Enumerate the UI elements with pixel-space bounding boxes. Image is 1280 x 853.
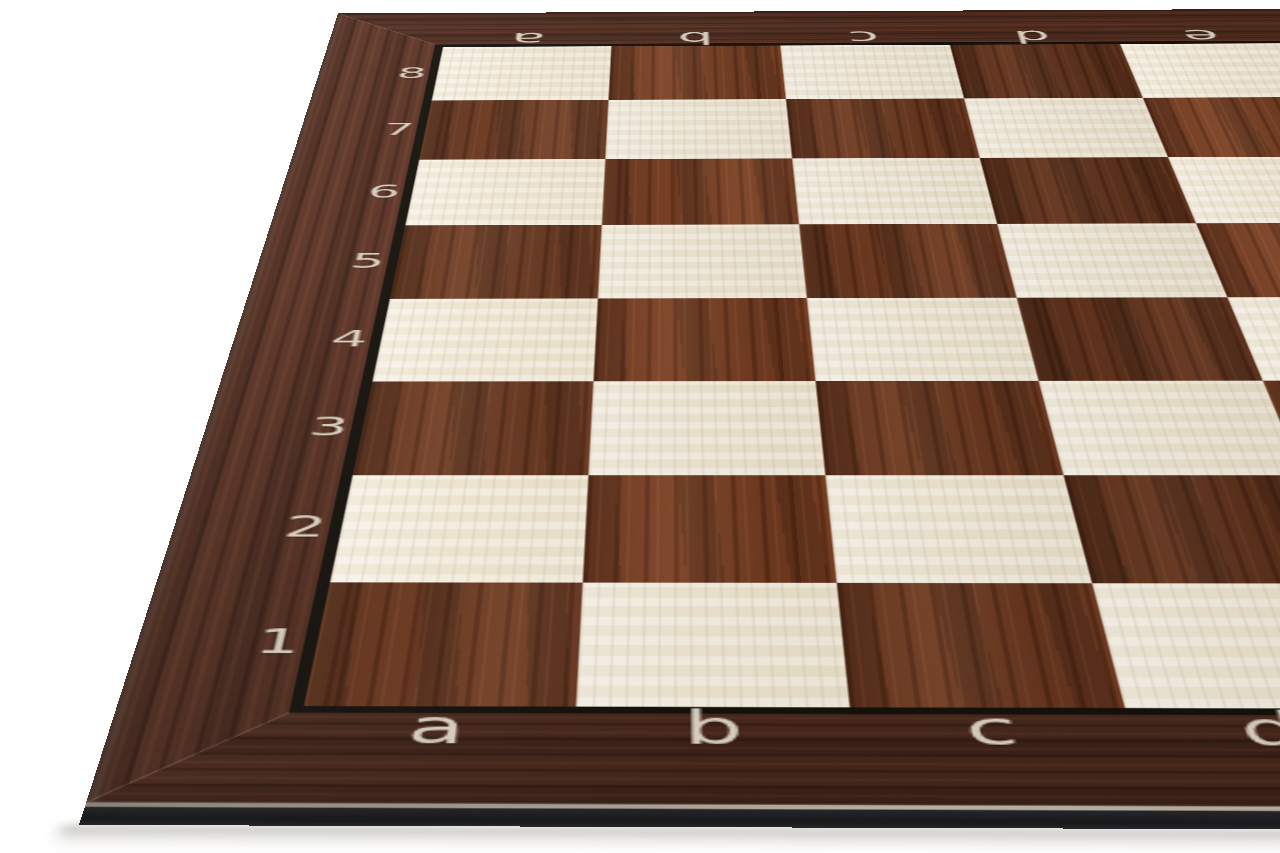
file-label-top-e: e: [1113, 26, 1280, 47]
square-d7: [964, 98, 1168, 158]
file-label-bottom-d: d: [1123, 701, 1280, 757]
rank-label-left-8: 8: [366, 62, 457, 84]
square-a3: [353, 381, 594, 475]
square-c4: [807, 298, 1039, 381]
square-b5: [598, 224, 807, 298]
rank-label-left-7: 7: [350, 118, 446, 142]
square-d2: [1064, 475, 1280, 583]
square-d6: [980, 157, 1196, 224]
square-c2: [825, 475, 1092, 583]
square-b8: [609, 46, 786, 100]
file-label-top-b: b: [611, 28, 780, 49]
file-label-bottom-c: c: [849, 701, 1138, 757]
rank-label-left-3: 3: [267, 408, 390, 445]
square-e8: [1120, 43, 1280, 98]
square-c5: [799, 224, 1017, 298]
rank-label-left-5: 5: [313, 246, 421, 276]
square-d8: [950, 44, 1143, 98]
square-b6: [602, 158, 799, 224]
square-b1: [576, 583, 850, 708]
rank-label-left-1: 1: [206, 617, 348, 667]
square-c7: [786, 98, 980, 158]
square-b4: [593, 298, 815, 381]
square-a7: [419, 100, 608, 160]
chessboard: aabbccddeeffgghh8877665544332211: [86, 6, 1280, 812]
square-a5: [390, 225, 602, 299]
square-e7: [1143, 97, 1280, 157]
file-label-bottom-a: a: [294, 699, 577, 754]
square-c6: [792, 158, 997, 225]
file-label-top-a: a: [442, 29, 612, 50]
square-d4: [1017, 297, 1263, 381]
square-a2: [330, 475, 588, 582]
square-a8: [432, 46, 612, 100]
square-b3: [588, 381, 825, 475]
square-b2: [583, 475, 837, 583]
square-c1: [837, 583, 1125, 708]
board-photo: aabbccddeeffgghh8877665544332211: [0, 0, 1280, 853]
square-a1: [304, 582, 583, 706]
file-label-top-d: d: [945, 26, 1121, 47]
square-a6: [405, 159, 605, 225]
rank-label-left-2: 2: [239, 506, 371, 549]
square-d3: [1039, 381, 1280, 476]
square-a4: [372, 298, 597, 381]
file-label-bottom-b: b: [574, 700, 855, 756]
board-squares: [304, 41, 1280, 711]
square-c8: [780, 45, 964, 99]
file-label-top-c: c: [778, 27, 950, 48]
square-d1: [1092, 583, 1280, 708]
rank-label-left-6: 6: [333, 179, 434, 206]
board-cast-shadow: [54, 825, 1280, 853]
rank-label-left-4: 4: [291, 323, 406, 356]
square-d5: [997, 223, 1227, 297]
square-b7: [605, 99, 792, 159]
square-c3: [816, 381, 1064, 475]
